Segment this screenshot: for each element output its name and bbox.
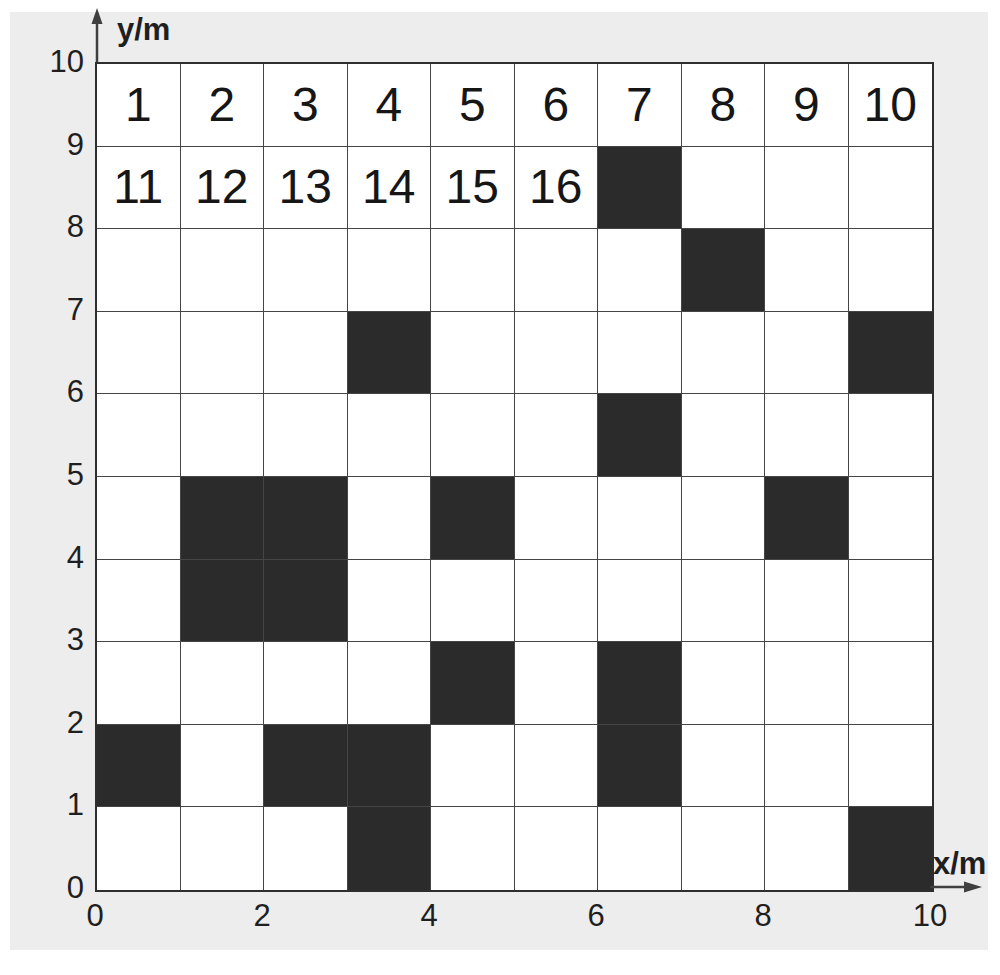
free-cell: [765, 725, 849, 808]
free-cell: [515, 807, 599, 890]
free-cell: [97, 229, 181, 312]
free-cell: [264, 229, 348, 312]
y-tick-label: 0: [16, 870, 84, 906]
free-cell: [431, 560, 515, 643]
free-cell: [849, 394, 933, 477]
y-tick-label: 4: [16, 540, 84, 576]
free-cell: [515, 725, 599, 808]
obstacle-cell: [264, 477, 348, 560]
obstacle-cell: [598, 147, 682, 230]
free-cell: [181, 312, 265, 395]
free-cell: [765, 229, 849, 312]
free-cell: [765, 807, 849, 890]
numbered-cell: 4: [348, 64, 432, 147]
x-axis-label: x/m: [933, 846, 986, 882]
free-cell: [598, 560, 682, 643]
free-cell: [348, 394, 432, 477]
obstacle-cell: [181, 477, 265, 560]
free-cell: [682, 560, 766, 643]
free-cell: [598, 477, 682, 560]
numbered-cell: 10: [849, 64, 933, 147]
y-axis-arrow-icon: [88, 8, 106, 64]
y-tick-label: 2: [16, 705, 84, 741]
free-cell: [765, 394, 849, 477]
free-cell: [765, 147, 849, 230]
numbered-cell: 13: [264, 147, 348, 230]
x-tick-label: 4: [420, 898, 437, 934]
free-cell: [682, 477, 766, 560]
x-axis-arrow-icon: [930, 878, 982, 896]
free-cell: [348, 229, 432, 312]
free-cell: [181, 807, 265, 890]
free-cell: [849, 229, 933, 312]
x-tick-label: 2: [253, 898, 270, 934]
free-cell: [849, 725, 933, 808]
obstacle-cell: [264, 560, 348, 643]
obstacle-cell: [598, 725, 682, 808]
free-cell: [682, 394, 766, 477]
free-cell: [348, 642, 432, 725]
free-cell: [598, 229, 682, 312]
obstacle-cell: [97, 725, 181, 808]
free-cell: [348, 560, 432, 643]
y-tick-label: 6: [16, 374, 84, 410]
y-tick-label: 3: [16, 622, 84, 658]
obstacle-cell: [598, 394, 682, 477]
free-cell: [431, 394, 515, 477]
obstacle-cell: [682, 229, 766, 312]
free-cell: [348, 477, 432, 560]
free-cell: [849, 147, 933, 230]
free-cell: [515, 560, 599, 643]
free-cell: [682, 725, 766, 808]
x-tick-label: 0: [86, 898, 103, 934]
numbered-cell: 8: [682, 64, 766, 147]
free-cell: [515, 477, 599, 560]
free-cell: [765, 312, 849, 395]
numbered-cell: 2: [181, 64, 265, 147]
free-cell: [97, 312, 181, 395]
free-cell: [515, 229, 599, 312]
numbered-cell: 9: [765, 64, 849, 147]
free-cell: [682, 642, 766, 725]
numbered-cell: 6: [515, 64, 599, 147]
obstacle-cell: [348, 725, 432, 808]
free-cell: [598, 312, 682, 395]
free-cell: [431, 312, 515, 395]
free-cell: [849, 560, 933, 643]
free-cell: [181, 725, 265, 808]
numbered-cell: 5: [431, 64, 515, 147]
obstacle-cell: [598, 642, 682, 725]
free-cell: [431, 229, 515, 312]
x-tick-label: 8: [754, 898, 771, 934]
free-cell: [849, 642, 933, 725]
free-cell: [515, 312, 599, 395]
free-cell: [97, 394, 181, 477]
numbered-cell: 3: [264, 64, 348, 147]
numbered-cell: 14: [348, 147, 432, 230]
numbered-cell: 15: [431, 147, 515, 230]
numbered-cell: 16: [515, 147, 599, 230]
free-cell: [264, 394, 348, 477]
numbered-cell: 7: [598, 64, 682, 147]
free-cell: [598, 807, 682, 890]
obstacle-cell: [431, 477, 515, 560]
y-tick-label: 10: [16, 44, 84, 80]
free-cell: [97, 477, 181, 560]
free-cell: [264, 807, 348, 890]
free-cell: [849, 477, 933, 560]
free-cell: [765, 560, 849, 643]
obstacle-cell: [348, 312, 432, 395]
free-cell: [431, 725, 515, 808]
y-tick-label: 7: [16, 292, 84, 328]
free-cell: [431, 807, 515, 890]
x-tick-label: 10: [913, 898, 947, 934]
free-cell: [264, 312, 348, 395]
free-cell: [682, 147, 766, 230]
y-tick-label: 1: [16, 787, 84, 823]
free-cell: [181, 642, 265, 725]
free-cell: [264, 642, 348, 725]
obstacle-cell: [431, 642, 515, 725]
free-cell: [97, 560, 181, 643]
free-cell: [682, 807, 766, 890]
free-cell: [97, 642, 181, 725]
board-grid: 12345678910111213141516: [95, 62, 934, 892]
obstacle-cell: [181, 560, 265, 643]
obstacle-cell: [264, 725, 348, 808]
y-tick-label: 9: [16, 127, 84, 163]
numbered-cell: 1: [97, 64, 181, 147]
free-cell: [515, 642, 599, 725]
x-tick-label: 6: [587, 898, 604, 934]
free-cell: [515, 394, 599, 477]
obstacle-cell: [765, 477, 849, 560]
numbered-cell: 11: [97, 147, 181, 230]
numbered-cell: 12: [181, 147, 265, 230]
free-cell: [181, 229, 265, 312]
obstacle-cell: [849, 312, 933, 395]
free-cell: [97, 807, 181, 890]
free-cell: [765, 642, 849, 725]
y-tick-label: 8: [16, 209, 84, 245]
y-tick-label: 5: [16, 457, 84, 493]
free-cell: [682, 312, 766, 395]
obstacle-cell: [849, 807, 933, 890]
y-axis-label: y/m: [117, 12, 170, 48]
obstacle-cell: [348, 807, 432, 890]
free-cell: [181, 394, 265, 477]
